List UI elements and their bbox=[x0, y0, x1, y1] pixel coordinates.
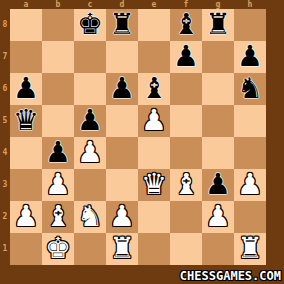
square-e2[interactable] bbox=[138, 201, 170, 233]
square-b2[interactable]: ♝ bbox=[42, 201, 74, 233]
square-c8[interactable]: ♚ bbox=[74, 9, 106, 41]
white-pawn[interactable]: ♟ bbox=[74, 137, 106, 169]
square-c5[interactable]: ♟ bbox=[74, 105, 106, 137]
square-h1[interactable]: ♜ bbox=[234, 233, 266, 265]
square-d6[interactable]: ♟ bbox=[106, 73, 138, 105]
black-pawn[interactable]: ♟ bbox=[10, 73, 42, 105]
chess-board[interactable]: ♚♜♝♜♟♟♟♟♝♞♛♟♟♟♟♟♛♝♟♟♟♝♞♟♟♚♜♜ bbox=[10, 9, 266, 265]
square-a8[interactable] bbox=[10, 9, 42, 41]
square-d1[interactable]: ♜ bbox=[106, 233, 138, 265]
black-pawn[interactable]: ♟ bbox=[202, 169, 234, 201]
square-e7[interactable] bbox=[138, 41, 170, 73]
white-bishop[interactable]: ♝ bbox=[170, 169, 202, 201]
white-pawn[interactable]: ♟ bbox=[42, 169, 74, 201]
square-f6[interactable] bbox=[170, 73, 202, 105]
black-pawn[interactable]: ♟ bbox=[42, 137, 74, 169]
rank-label-1: 1 bbox=[0, 233, 10, 265]
square-c7[interactable] bbox=[74, 41, 106, 73]
rank-label-5: 5 bbox=[0, 105, 10, 137]
white-pawn[interactable]: ♟ bbox=[202, 201, 234, 233]
square-a6[interactable]: ♟ bbox=[10, 73, 42, 105]
square-f1[interactable] bbox=[170, 233, 202, 265]
white-queen[interactable]: ♛ bbox=[138, 169, 170, 201]
square-c4[interactable]: ♟ bbox=[74, 137, 106, 169]
square-e1[interactable] bbox=[138, 233, 170, 265]
black-rook[interactable]: ♜ bbox=[202, 9, 234, 41]
square-h5[interactable] bbox=[234, 105, 266, 137]
square-d8[interactable]: ♜ bbox=[106, 9, 138, 41]
square-a7[interactable] bbox=[10, 41, 42, 73]
square-g8[interactable]: ♜ bbox=[202, 9, 234, 41]
black-pawn[interactable]: ♟ bbox=[106, 73, 138, 105]
file-label-e: e bbox=[138, 0, 170, 9]
square-b6[interactable] bbox=[42, 73, 74, 105]
square-a5[interactable]: ♛ bbox=[10, 105, 42, 137]
rank-labels: 87654321 bbox=[0, 9, 10, 265]
square-e4[interactable] bbox=[138, 137, 170, 169]
square-b4[interactable]: ♟ bbox=[42, 137, 74, 169]
square-h8[interactable] bbox=[234, 9, 266, 41]
square-d7[interactable] bbox=[106, 41, 138, 73]
black-pawn[interactable]: ♟ bbox=[170, 41, 202, 73]
square-b5[interactable] bbox=[42, 105, 74, 137]
square-g3[interactable]: ♟ bbox=[202, 169, 234, 201]
square-g6[interactable] bbox=[202, 73, 234, 105]
site-watermark: CHESSGAMES.COM bbox=[180, 269, 281, 283]
white-pawn[interactable]: ♟ bbox=[10, 201, 42, 233]
black-rook[interactable]: ♜ bbox=[106, 9, 138, 41]
square-d4[interactable] bbox=[106, 137, 138, 169]
square-g1[interactable] bbox=[202, 233, 234, 265]
square-b3[interactable]: ♟ bbox=[42, 169, 74, 201]
rank-label-3: 3 bbox=[0, 169, 10, 201]
square-a4[interactable] bbox=[10, 137, 42, 169]
white-rook[interactable]: ♜ bbox=[106, 233, 138, 265]
file-label-b: b bbox=[42, 0, 74, 9]
black-bishop[interactable]: ♝ bbox=[138, 73, 170, 105]
square-a2[interactable]: ♟ bbox=[10, 201, 42, 233]
square-d3[interactable] bbox=[106, 169, 138, 201]
black-knight[interactable]: ♞ bbox=[234, 73, 266, 105]
chess-board-widget: abcdefgh 87654321 ♚♜♝♜♟♟♟♟♝♞♛♟♟♟♟♟♛♝♟♟♟♝… bbox=[0, 0, 284, 284]
black-queen[interactable]: ♛ bbox=[10, 105, 42, 137]
square-f2[interactable] bbox=[170, 201, 202, 233]
rank-label-2: 2 bbox=[0, 201, 10, 233]
rank-label-8: 8 bbox=[0, 9, 10, 41]
square-g4[interactable] bbox=[202, 137, 234, 169]
black-pawn[interactable]: ♟ bbox=[234, 41, 266, 73]
square-b7[interactable] bbox=[42, 41, 74, 73]
square-c3[interactable] bbox=[74, 169, 106, 201]
black-pawn[interactable]: ♟ bbox=[74, 105, 106, 137]
square-h4[interactable] bbox=[234, 137, 266, 169]
square-d2[interactable]: ♟ bbox=[106, 201, 138, 233]
square-h7[interactable]: ♟ bbox=[234, 41, 266, 73]
white-bishop[interactable]: ♝ bbox=[42, 201, 74, 233]
square-h3[interactable]: ♟ bbox=[234, 169, 266, 201]
rank-label-6: 6 bbox=[0, 73, 10, 105]
square-f5[interactable] bbox=[170, 105, 202, 137]
square-f8[interactable]: ♝ bbox=[170, 9, 202, 41]
white-knight[interactable]: ♞ bbox=[74, 201, 106, 233]
square-g2[interactable]: ♟ bbox=[202, 201, 234, 233]
square-h2[interactable] bbox=[234, 201, 266, 233]
white-rook[interactable]: ♜ bbox=[234, 233, 266, 265]
square-b1[interactable]: ♚ bbox=[42, 233, 74, 265]
square-c1[interactable] bbox=[74, 233, 106, 265]
black-bishop[interactable]: ♝ bbox=[170, 9, 202, 41]
black-king[interactable]: ♚ bbox=[74, 9, 106, 41]
rank-label-7: 7 bbox=[0, 41, 10, 73]
square-g7[interactable] bbox=[202, 41, 234, 73]
square-g5[interactable] bbox=[202, 105, 234, 137]
white-king[interactable]: ♚ bbox=[42, 233, 74, 265]
file-label-a: a bbox=[10, 0, 42, 9]
square-h6[interactable]: ♞ bbox=[234, 73, 266, 105]
square-a3[interactable] bbox=[10, 169, 42, 201]
square-b8[interactable] bbox=[42, 9, 74, 41]
square-d5[interactable] bbox=[106, 105, 138, 137]
square-c6[interactable] bbox=[74, 73, 106, 105]
square-a1[interactable] bbox=[10, 233, 42, 265]
square-f3[interactable]: ♝ bbox=[170, 169, 202, 201]
rank-label-4: 4 bbox=[0, 137, 10, 169]
square-f4[interactable] bbox=[170, 137, 202, 169]
file-label-h: h bbox=[234, 0, 266, 9]
square-e8[interactable] bbox=[138, 9, 170, 41]
square-e5[interactable]: ♟ bbox=[138, 105, 170, 137]
white-pawn[interactable]: ♟ bbox=[234, 169, 266, 201]
square-e3[interactable]: ♛ bbox=[138, 169, 170, 201]
square-c2[interactable]: ♞ bbox=[74, 201, 106, 233]
white-pawn[interactable]: ♟ bbox=[106, 201, 138, 233]
white-pawn[interactable]: ♟ bbox=[138, 105, 170, 137]
square-f7[interactable]: ♟ bbox=[170, 41, 202, 73]
square-e6[interactable]: ♝ bbox=[138, 73, 170, 105]
